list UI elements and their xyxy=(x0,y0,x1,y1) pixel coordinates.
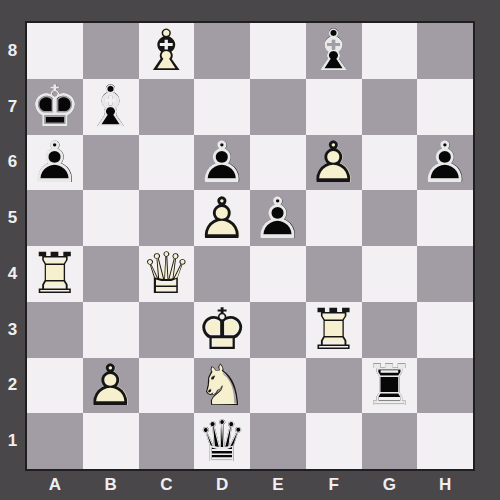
black-rook[interactable]: ♜♖ xyxy=(362,358,418,414)
piece-glyph: ♕ xyxy=(194,413,250,469)
square-g2[interactable]: ♜♖ xyxy=(362,358,418,414)
piece-glyph: ♙ xyxy=(306,135,362,191)
square-b7[interactable]: ♝♗ xyxy=(83,79,139,135)
square-d7[interactable] xyxy=(194,79,250,135)
square-h2[interactable] xyxy=(417,358,473,414)
square-f1[interactable] xyxy=(306,413,362,469)
square-b3[interactable] xyxy=(83,302,139,358)
piece-glyph: ♖ xyxy=(306,302,362,358)
black-bishop[interactable]: ♝♗ xyxy=(306,23,362,79)
rank-label: 4 xyxy=(0,246,25,302)
rank-label: 3 xyxy=(0,302,25,358)
square-e4[interactable] xyxy=(250,246,306,302)
black-pawn[interactable]: ♟♙ xyxy=(250,190,306,246)
white-pawn[interactable]: ♟♙ xyxy=(83,358,139,414)
square-f2[interactable] xyxy=(306,358,362,414)
square-a1[interactable] xyxy=(27,413,83,469)
square-f6[interactable]: ♟♙ xyxy=(306,135,362,191)
square-d8[interactable] xyxy=(194,23,250,79)
square-a4[interactable]: ♜♖ xyxy=(27,246,83,302)
square-a3[interactable] xyxy=(27,302,83,358)
black-king[interactable]: ♚♔ xyxy=(27,79,83,135)
square-b5[interactable] xyxy=(83,190,139,246)
square-d6[interactable]: ♟♙ xyxy=(194,135,250,191)
square-c7[interactable] xyxy=(139,79,195,135)
black-pawn[interactable]: ♟♙ xyxy=(27,135,83,191)
square-e8[interactable] xyxy=(250,23,306,79)
square-e2[interactable] xyxy=(250,358,306,414)
square-g6[interactable] xyxy=(362,135,418,191)
black-queen[interactable]: ♛♕ xyxy=(194,413,250,469)
black-pawn[interactable]: ♟♙ xyxy=(417,135,473,191)
square-e7[interactable] xyxy=(250,79,306,135)
piece-glyph: ♙ xyxy=(417,135,473,191)
white-rook[interactable]: ♜♖ xyxy=(27,246,83,302)
file-label: G xyxy=(362,471,418,498)
square-e6[interactable] xyxy=(250,135,306,191)
square-g7[interactable] xyxy=(362,79,418,135)
square-c2[interactable] xyxy=(139,358,195,414)
piece-glyph: ♔ xyxy=(194,302,250,358)
square-h3[interactable] xyxy=(417,302,473,358)
square-f4[interactable] xyxy=(306,246,362,302)
file-label: C xyxy=(139,471,195,498)
square-h8[interactable] xyxy=(417,23,473,79)
square-g8[interactable] xyxy=(362,23,418,79)
white-rook[interactable]: ♜♖ xyxy=(306,302,362,358)
square-c5[interactable] xyxy=(139,190,195,246)
square-b6[interactable] xyxy=(83,135,139,191)
square-d1[interactable]: ♛♕ xyxy=(194,413,250,469)
square-a2[interactable] xyxy=(27,358,83,414)
square-e5[interactable]: ♟♙ xyxy=(250,190,306,246)
rank-label: 5 xyxy=(0,190,25,246)
square-h6[interactable]: ♟♙ xyxy=(417,135,473,191)
square-a6[interactable]: ♟♙ xyxy=(27,135,83,191)
square-d3[interactable]: ♚♔ xyxy=(194,302,250,358)
square-b1[interactable] xyxy=(83,413,139,469)
square-d4[interactable] xyxy=(194,246,250,302)
file-label: D xyxy=(194,471,250,498)
square-c1[interactable] xyxy=(139,413,195,469)
square-f3[interactable]: ♜♖ xyxy=(306,302,362,358)
square-f8[interactable]: ♝♗ xyxy=(306,23,362,79)
black-bishop[interactable]: ♝♗ xyxy=(83,79,139,135)
square-a5[interactable] xyxy=(27,190,83,246)
white-queen[interactable]: ♛♕ xyxy=(139,246,195,302)
square-a7[interactable]: ♚♔ xyxy=(27,79,83,135)
square-h1[interactable] xyxy=(417,413,473,469)
square-d5[interactable]: ♟♙ xyxy=(194,190,250,246)
white-pawn[interactable]: ♟♙ xyxy=(194,190,250,246)
piece-glyph: ♙ xyxy=(250,190,306,246)
square-c6[interactable] xyxy=(139,135,195,191)
square-h5[interactable] xyxy=(417,190,473,246)
square-e3[interactable] xyxy=(250,302,306,358)
rank-label: 8 xyxy=(0,23,25,79)
square-f5[interactable] xyxy=(306,190,362,246)
square-a8[interactable] xyxy=(27,23,83,79)
rank-label: 1 xyxy=(0,413,25,469)
square-e1[interactable] xyxy=(250,413,306,469)
rank-label: 2 xyxy=(0,358,25,414)
piece-glyph: ♙ xyxy=(194,190,250,246)
square-h7[interactable] xyxy=(417,79,473,135)
piece-glyph: ♗ xyxy=(306,23,362,79)
white-king[interactable]: ♚♔ xyxy=(194,302,250,358)
file-label: B xyxy=(83,471,139,498)
file-label: E xyxy=(250,471,306,498)
file-label: H xyxy=(417,471,473,498)
rank-label: 7 xyxy=(0,79,25,135)
piece-glyph: ♖ xyxy=(27,246,83,302)
chess-board: ♝♗♝♗♚♔♝♗♟♙♟♙♟♙♟♙♟♙♟♙♜♖♛♕♚♔♜♖♟♙♞♘♜♖♛♕ xyxy=(25,21,475,471)
piece-glyph: ♙ xyxy=(83,358,139,414)
white-pawn[interactable]: ♟♙ xyxy=(306,135,362,191)
file-labels: ABCDEFGH xyxy=(27,471,473,498)
square-d2[interactable]: ♞♘ xyxy=(194,358,250,414)
file-label: A xyxy=(27,471,83,498)
file-label: F xyxy=(306,471,362,498)
square-b2[interactable]: ♟♙ xyxy=(83,358,139,414)
black-pawn[interactable]: ♟♙ xyxy=(194,135,250,191)
piece-glyph: ♙ xyxy=(194,135,250,191)
white-knight[interactable]: ♞♘ xyxy=(194,358,250,414)
square-g3[interactable] xyxy=(362,302,418,358)
rank-label: 6 xyxy=(0,135,25,191)
square-g1[interactable] xyxy=(362,413,418,469)
square-b8[interactable] xyxy=(83,23,139,79)
square-g5[interactable] xyxy=(362,190,418,246)
piece-glyph: ♗ xyxy=(139,23,195,79)
piece-glyph: ♙ xyxy=(27,135,83,191)
square-h4[interactable] xyxy=(417,246,473,302)
piece-glyph: ♔ xyxy=(27,79,83,135)
square-c4[interactable]: ♛♕ xyxy=(139,246,195,302)
rank-labels: 87654321 xyxy=(0,23,25,469)
chessboard-frame: 87654321 ♝♗♝♗♚♔♝♗♟♙♟♙♟♙♟♙♟♙♟♙♜♖♛♕♚♔♜♖♟♙♞… xyxy=(0,0,500,500)
piece-glyph: ♖ xyxy=(362,358,418,414)
square-g4[interactable] xyxy=(362,246,418,302)
square-b4[interactable] xyxy=(83,246,139,302)
piece-glyph: ♗ xyxy=(83,79,139,135)
white-bishop[interactable]: ♝♗ xyxy=(139,23,195,79)
square-f7[interactable] xyxy=(306,79,362,135)
piece-glyph: ♘ xyxy=(194,358,250,414)
piece-glyph: ♕ xyxy=(139,246,195,302)
square-c8[interactable]: ♝♗ xyxy=(139,23,195,79)
square-c3[interactable] xyxy=(139,302,195,358)
